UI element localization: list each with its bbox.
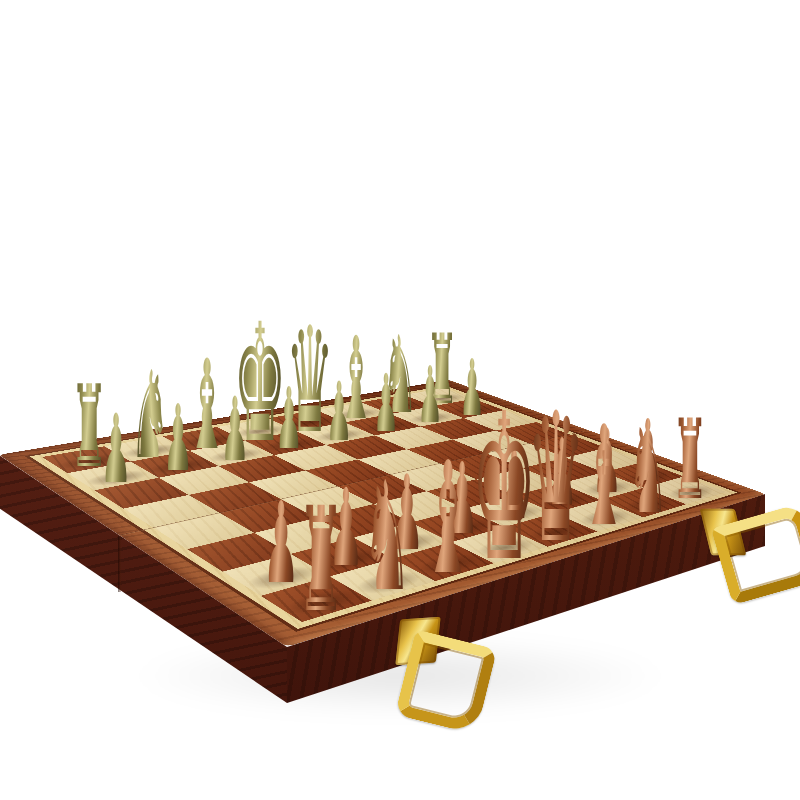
bottom-clasp: [392, 616, 484, 714]
piece-copper-r-h1: ♜: [297, 487, 344, 631]
piece-bronze-p-g7: ♟: [163, 393, 193, 485]
piece-copper-n-b1: ♞: [628, 406, 669, 530]
piece-bronze-p-c7: ♟: [373, 363, 399, 443]
piece-bronze-p-e7: ♟: [275, 377, 303, 462]
piece-copper-p-h2: ♟: [262, 488, 299, 600]
right-clasp: [706, 496, 800, 600]
piece-bronze-p-d7: ♟: [326, 370, 353, 452]
piece-bronze-p-b7: ♟: [418, 356, 444, 434]
piece-copper-b-f1: ♝: [423, 441, 474, 596]
product-photo-stage: ♜♞♝♚♛♝♞♜♟♟♟♟♟♟♟♟♟♟♟♟♟♟♟♟♜♞♝♚♛♝♞♜: [0, 0, 800, 800]
piece-bronze-p-h7: ♟: [101, 402, 132, 497]
piece-copper-n-g1: ♞: [363, 462, 412, 613]
piece-copper-q-d1: ♛: [527, 391, 585, 570]
piece-bronze-p-f7: ♟: [221, 385, 250, 473]
piece-copper-b-c1: ♝: [581, 409, 626, 547]
piece-copper-r-a1: ♜: [672, 405, 708, 516]
